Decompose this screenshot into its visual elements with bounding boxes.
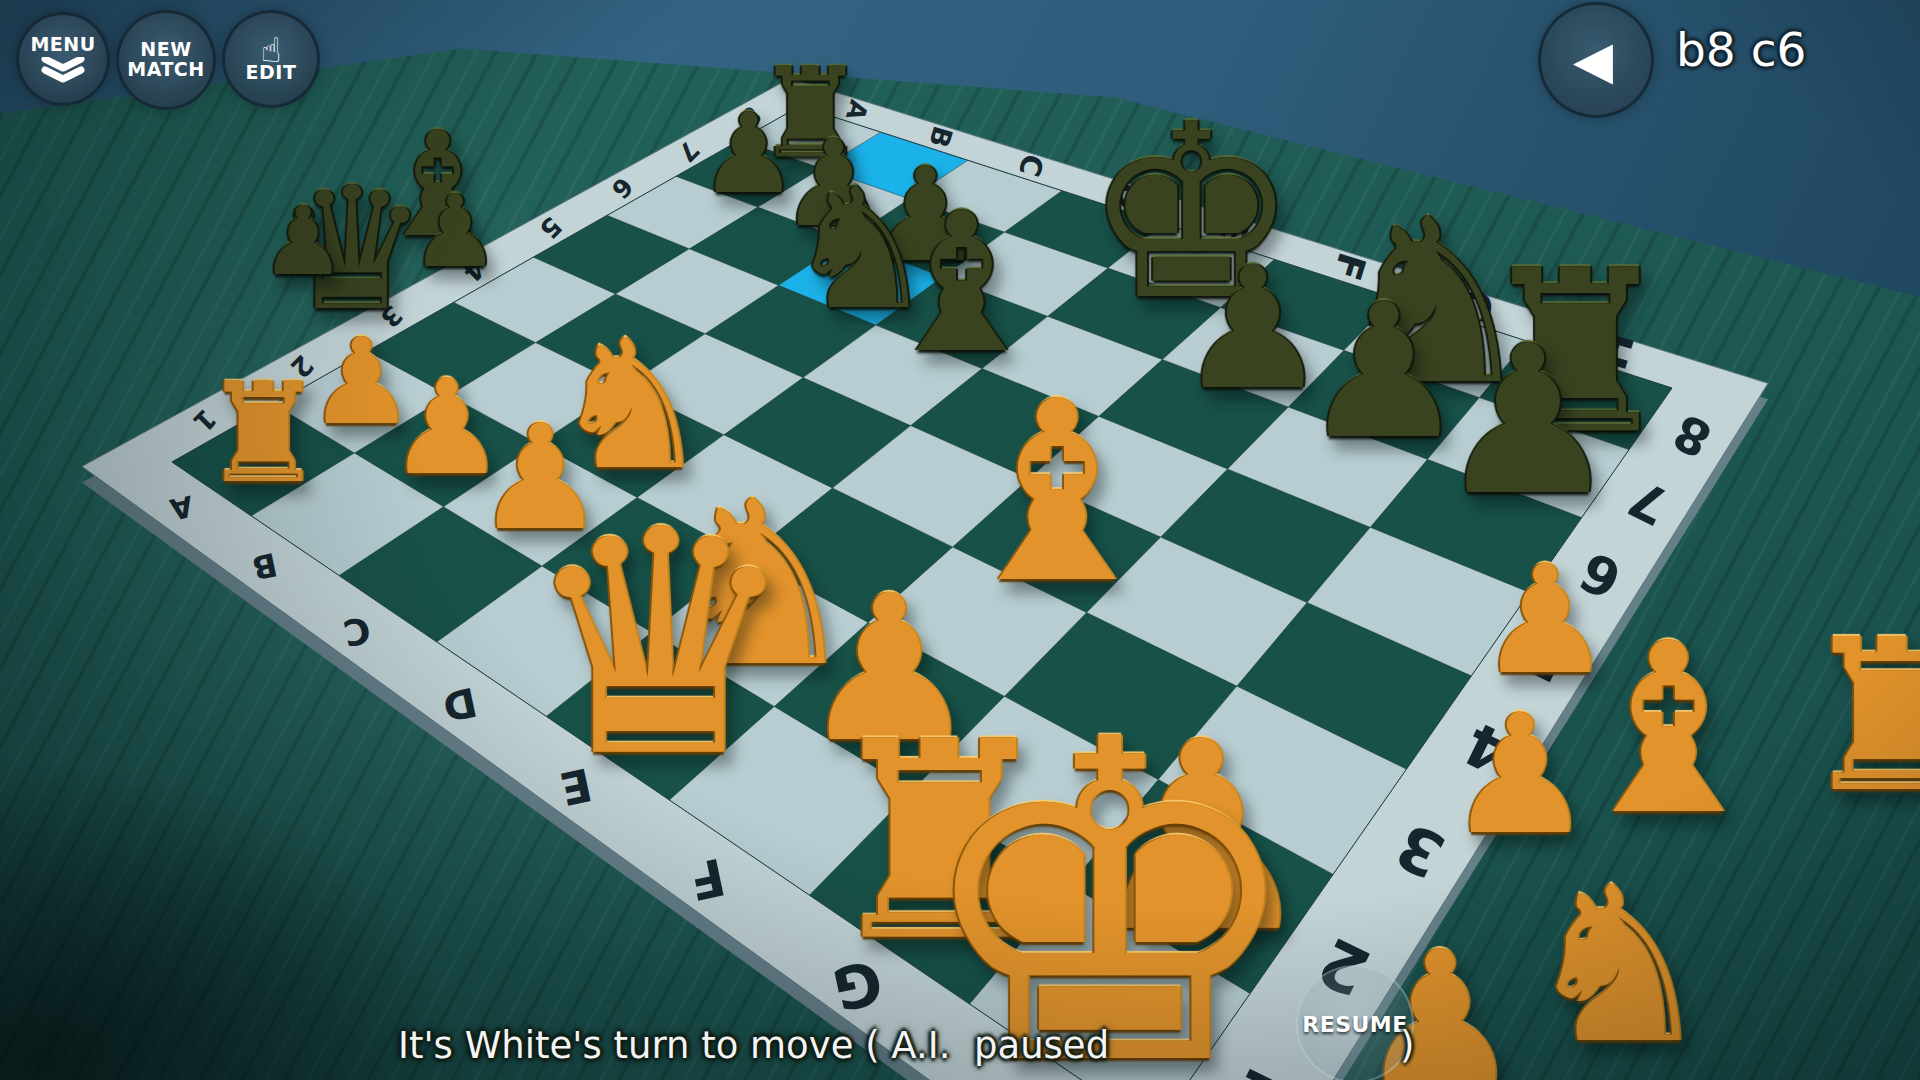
captured-black-pawn: ♟ (410, 182, 500, 282)
menu-button[interactable]: MENU (16, 12, 110, 106)
edit-button-label: EDIT (246, 63, 297, 83)
captured-white-knight: ♞ (1522, 858, 1715, 1073)
back-arrow-icon: ◀ (1573, 34, 1613, 86)
new-match-button-label: NEW MATCH (119, 40, 213, 80)
last-move-text: b8 c6 (1676, 22, 1806, 77)
resume-button-label: RESUME (1302, 1012, 1408, 1037)
piece-white-rook-a1[interactable]: ♜ (202, 365, 325, 502)
captured-white-bishop: ♝ (1563, 612, 1774, 847)
new-match-button[interactable]: NEW MATCH (116, 10, 216, 110)
status-message-suffix: ) (1400, 1024, 1414, 1067)
piece-black-pawn-h7[interactable]: ♟ (1436, 319, 1621, 525)
captured-black-pawn: ♟ (260, 194, 345, 289)
resume-button[interactable]: RESUME (1296, 965, 1414, 1080)
piece-white-king-h1[interactable]: ♚ (911, 684, 1308, 1080)
double-chevron-down-icon (41, 57, 85, 83)
edit-button[interactable]: ☝ EDIT (222, 10, 320, 108)
undo-move-button[interactable]: ◀ (1538, 2, 1654, 118)
captured-white-rook: ♜ (1798, 612, 1920, 822)
status-message: It's White's turn to move ( A.I. paused (398, 1024, 1109, 1067)
menu-button-label: MENU (30, 35, 95, 55)
piece-white-queen-e1[interactable]: ♛ (521, 489, 799, 799)
